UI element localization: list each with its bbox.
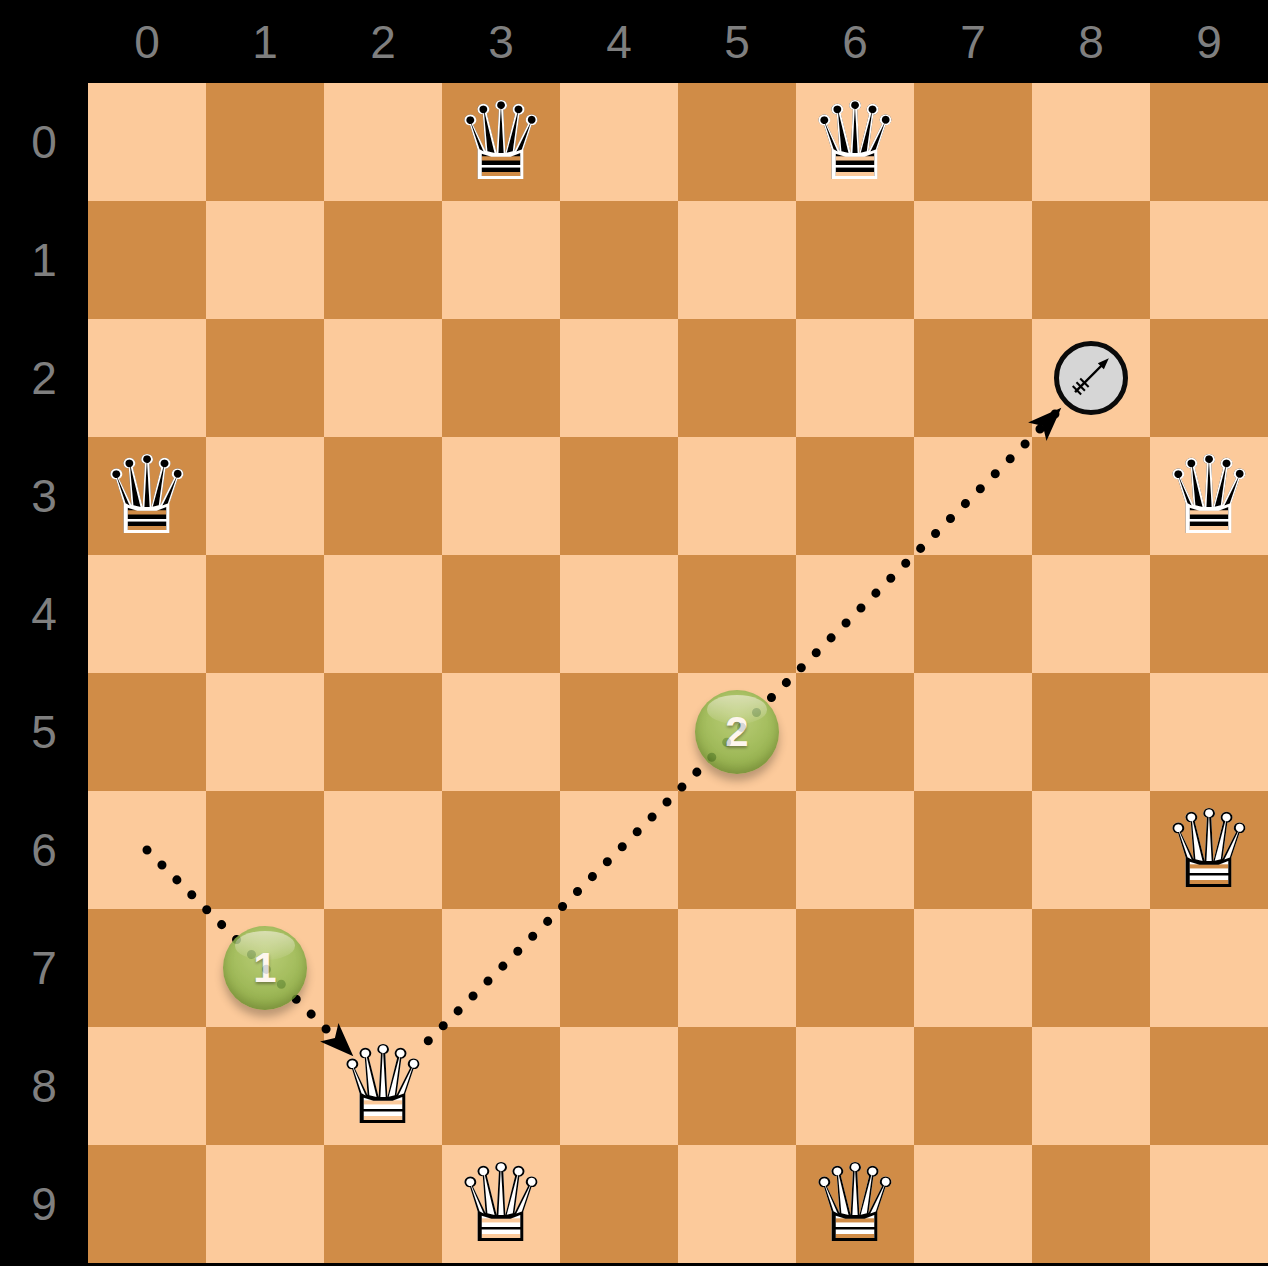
square-4-9: [560, 1145, 678, 1263]
square-9-5: [1150, 673, 1268, 791]
square-5-4: [678, 555, 796, 673]
col-label-0: 0: [88, 0, 206, 83]
square-9-7: [1150, 909, 1268, 1027]
square-8-3: [1032, 437, 1150, 555]
move-badge-number: 2: [725, 708, 748, 756]
square-6-4: [796, 555, 914, 673]
square-3-5: [442, 673, 560, 791]
square-4-1: [560, 201, 678, 319]
square-9-8: [1150, 1027, 1268, 1145]
square-0-4: [88, 555, 206, 673]
square-3-9: [442, 1145, 560, 1263]
square-6-7: [796, 909, 914, 1027]
square-9-3: [1150, 437, 1268, 555]
square-5-9: [678, 1145, 796, 1263]
col-label-3: 3: [442, 0, 560, 83]
square-0-8: [88, 1027, 206, 1145]
square-9-1: [1150, 201, 1268, 319]
square-3-8: [442, 1027, 560, 1145]
square-9-6: [1150, 791, 1268, 909]
square-8-8: [1032, 1027, 1150, 1145]
target-arrow-icon: [1061, 348, 1121, 408]
square-2-3: [324, 437, 442, 555]
square-1-4: [206, 555, 324, 673]
board: 01234567890123456789♛♕♛♕♛♕♛♕♛♕♛♕♛♕♛♕12: [0, 0, 1268, 1263]
square-4-8: [560, 1027, 678, 1145]
square-5-7: [678, 909, 796, 1027]
row-label-6: 6: [0, 791, 88, 909]
square-3-1: [442, 201, 560, 319]
move-badge-2: 2: [695, 690, 779, 774]
row-label-2: 2: [0, 319, 88, 437]
square-2-0: [324, 83, 442, 201]
col-label-9: 9: [1150, 0, 1268, 83]
square-6-3: [796, 437, 914, 555]
square-4-4: [560, 555, 678, 673]
square-3-7: [442, 909, 560, 1027]
square-1-3: [206, 437, 324, 555]
col-label-7: 7: [914, 0, 1032, 83]
square-6-1: [796, 201, 914, 319]
square-2-5: [324, 673, 442, 791]
square-6-6: [796, 791, 914, 909]
square-1-5: [206, 673, 324, 791]
col-label-1: 1: [206, 0, 324, 83]
move-badge-number: 1: [253, 944, 276, 992]
square-8-6: [1032, 791, 1150, 909]
row-label-1: 1: [0, 201, 88, 319]
square-5-2: [678, 319, 796, 437]
square-3-2: [442, 319, 560, 437]
move-badge-1: 1: [223, 926, 307, 1010]
square-3-0: [442, 83, 560, 201]
square-6-0: [796, 83, 914, 201]
square-1-9: [206, 1145, 324, 1263]
square-1-8: [206, 1027, 324, 1145]
square-0-2: [88, 319, 206, 437]
square-2-7: [324, 909, 442, 1027]
square-2-4: [324, 555, 442, 673]
square-6-2: [796, 319, 914, 437]
square-7-8: [914, 1027, 1032, 1145]
square-3-3: [442, 437, 560, 555]
square-7-6: [914, 791, 1032, 909]
col-label-8: 8: [1032, 0, 1150, 83]
square-8-0: [1032, 83, 1150, 201]
square-7-2: [914, 319, 1032, 437]
square-6-5: [796, 673, 914, 791]
square-8-4: [1032, 555, 1150, 673]
square-4-2: [560, 319, 678, 437]
square-0-9: [88, 1145, 206, 1263]
square-8-9: [1032, 1145, 1150, 1263]
square-7-0: [914, 83, 1032, 201]
square-9-2: [1150, 319, 1268, 437]
square-7-1: [914, 201, 1032, 319]
square-4-7: [560, 909, 678, 1027]
square-7-3: [914, 437, 1032, 555]
square-0-7: [88, 909, 206, 1027]
square-3-6: [442, 791, 560, 909]
square-3-4: [442, 555, 560, 673]
square-8-7: [1032, 909, 1150, 1027]
square-2-8: [324, 1027, 442, 1145]
square-5-3: [678, 437, 796, 555]
square-4-5: [560, 673, 678, 791]
square-6-8: [796, 1027, 914, 1145]
square-1-1: [206, 201, 324, 319]
square-0-5: [88, 673, 206, 791]
square-9-0: [1150, 83, 1268, 201]
row-label-5: 5: [0, 673, 88, 791]
col-label-5: 5: [678, 0, 796, 83]
row-label-8: 8: [0, 1027, 88, 1145]
col-label-2: 2: [324, 0, 442, 83]
square-2-9: [324, 1145, 442, 1263]
col-label-4: 4: [560, 0, 678, 83]
square-4-0: [560, 83, 678, 201]
square-0-0: [88, 83, 206, 201]
square-2-6: [324, 791, 442, 909]
target-marker: [1054, 341, 1128, 415]
square-5-8: [678, 1027, 796, 1145]
square-5-0: [678, 83, 796, 201]
square-9-9: [1150, 1145, 1268, 1263]
row-label-4: 4: [0, 555, 88, 673]
square-9-4: [1150, 555, 1268, 673]
square-7-7: [914, 909, 1032, 1027]
square-1-6: [206, 791, 324, 909]
square-4-3: [560, 437, 678, 555]
square-1-2: [206, 319, 324, 437]
square-5-6: [678, 791, 796, 909]
square-0-6: [88, 791, 206, 909]
row-label-0: 0: [0, 83, 88, 201]
col-label-6: 6: [796, 0, 914, 83]
row-label-7: 7: [0, 909, 88, 1027]
square-5-1: [678, 201, 796, 319]
square-8-1: [1032, 201, 1150, 319]
square-6-9: [796, 1145, 914, 1263]
square-0-1: [88, 201, 206, 319]
square-7-9: [914, 1145, 1032, 1263]
row-label-9: 9: [0, 1145, 88, 1263]
square-2-1: [324, 201, 442, 319]
square-4-6: [560, 791, 678, 909]
square-0-3: [88, 437, 206, 555]
square-1-0: [206, 83, 324, 201]
row-label-3: 3: [0, 437, 88, 555]
square-8-5: [1032, 673, 1150, 791]
square-2-2: [324, 319, 442, 437]
square-7-4: [914, 555, 1032, 673]
square-7-5: [914, 673, 1032, 791]
